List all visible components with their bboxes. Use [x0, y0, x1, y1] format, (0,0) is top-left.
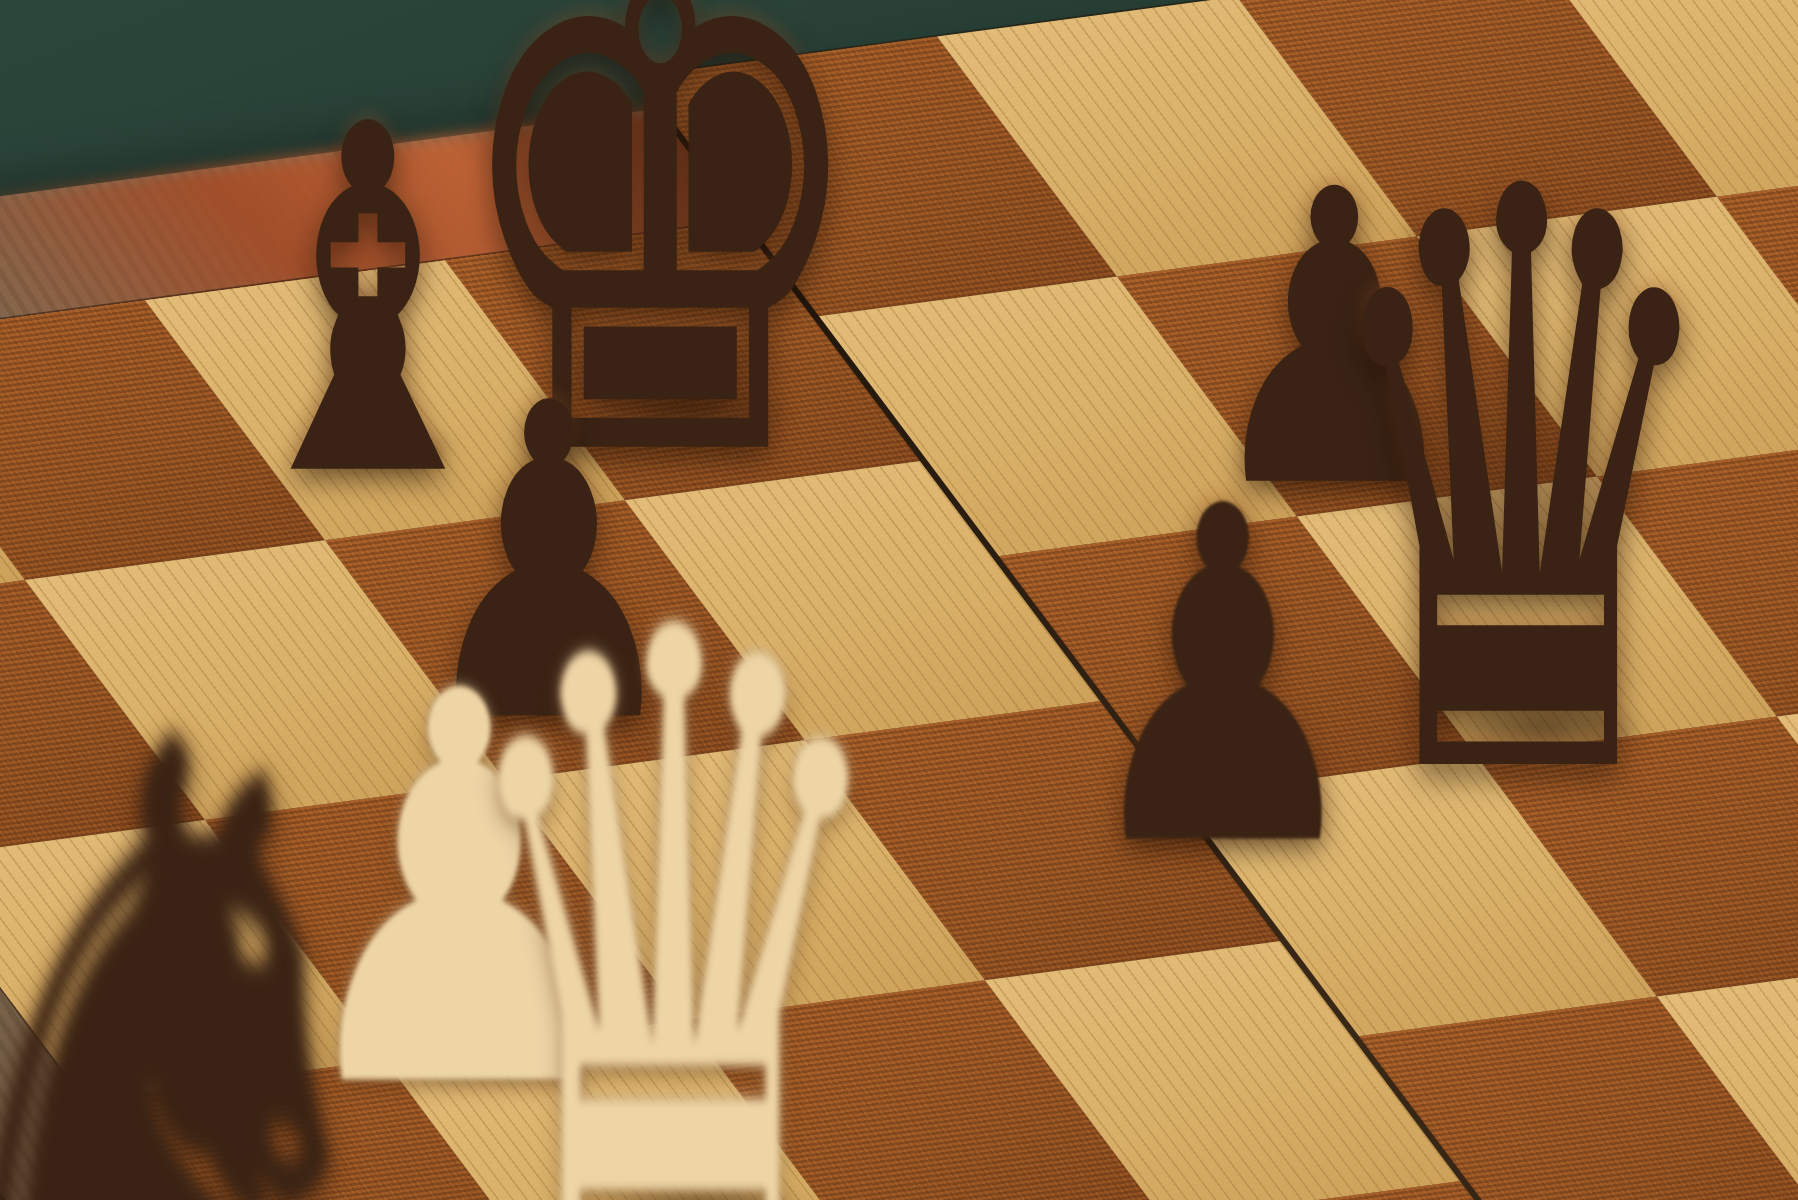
knight-glyph: ♞ [0, 630, 430, 1200]
piece-black-pawn-e7[interactable]: ♟ [1075, 556, 1405, 886]
chessboard-photo: ♝♚♟♟♟♛♞♟♛ [0, 0, 1798, 1200]
piece-white-queen-b5[interactable]: ♛ [440, 799, 960, 1200]
piece-black-knight-a6[interactable]: ♞ [0, 844, 430, 1200]
pawn-glyph: ♟ [1075, 448, 1405, 910]
queen-glyph: ♛ [440, 522, 960, 1200]
